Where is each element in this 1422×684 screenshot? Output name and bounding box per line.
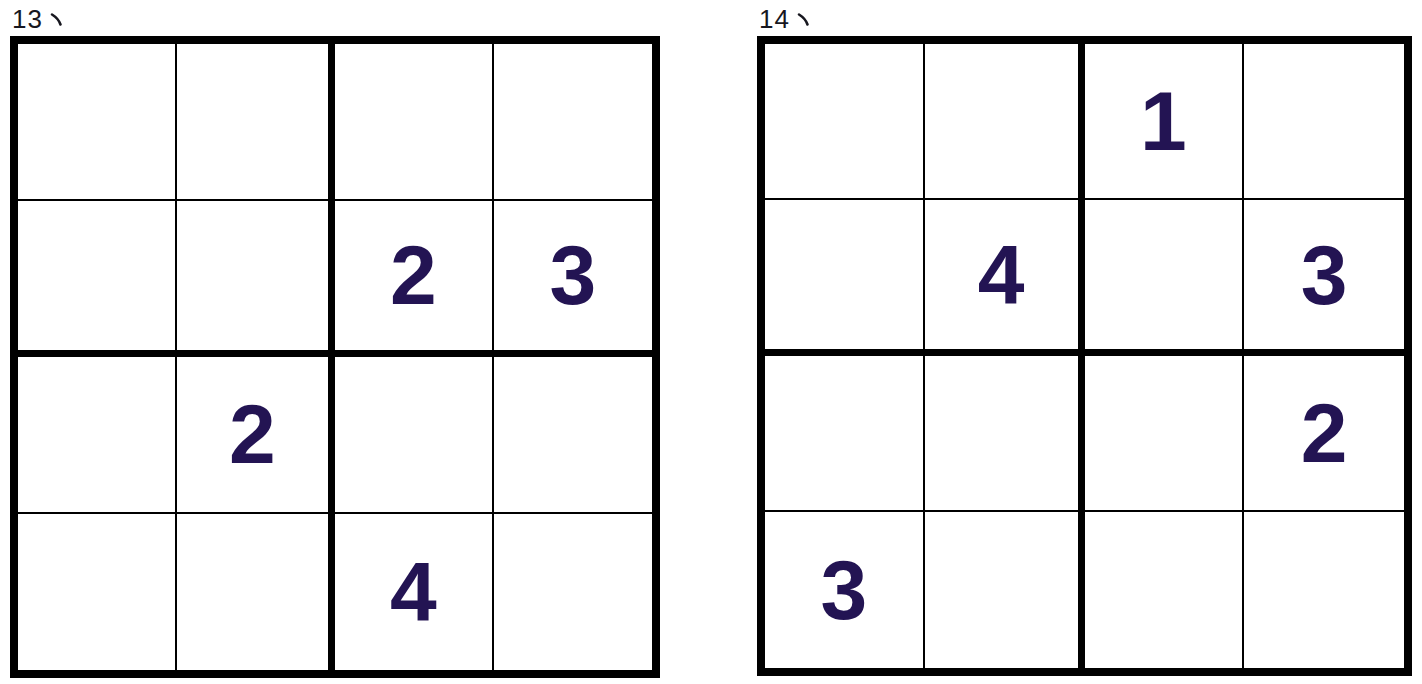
p13-cell-r1c3 <box>335 44 494 201</box>
p14-cell-r2c3 <box>1085 200 1245 356</box>
p13-cell-r3c4 <box>494 357 653 514</box>
ideographic-comma-icon <box>49 5 64 31</box>
p14-cell-r4c3 <box>1085 512 1245 668</box>
p13-cell-r4c1 <box>18 514 177 671</box>
p13-cell-r4c3: 4 <box>335 514 494 671</box>
p13-cell-r4c2 <box>177 514 336 671</box>
p13-cell-r4c4 <box>494 514 653 671</box>
p13-cell-r3c3 <box>335 357 494 514</box>
p13-cell-r1c2 <box>177 44 336 201</box>
sudoku-board-14: 1 4 3 2 3 <box>757 36 1412 676</box>
p14-cell-r4c1: 3 <box>765 512 925 668</box>
p13-cell-r3c1 <box>18 357 177 514</box>
sudoku-board-13: 2 3 2 4 <box>10 36 660 678</box>
p14-cell-r2c1 <box>765 200 925 356</box>
puzzle-14-number: 14 <box>759 6 790 32</box>
p14-cell-r3c1 <box>765 356 925 512</box>
puzzle-14-label: 14 <box>759 2 811 32</box>
p13-cell-r2c3: 2 <box>335 201 494 358</box>
p14-cell-r1c1 <box>765 44 925 200</box>
worksheet-page: 13 2 3 2 4 14 <box>0 0 1422 684</box>
p14-cell-r1c4 <box>1244 44 1404 200</box>
p13-cell-r2c2 <box>177 201 336 358</box>
p14-cell-r3c4: 2 <box>1244 356 1404 512</box>
ideographic-comma-icon <box>796 5 811 31</box>
p14-cell-r1c2 <box>925 44 1085 200</box>
sudoku-puzzle-13: 13 2 3 2 4 <box>10 0 660 684</box>
p14-cell-r3c2 <box>925 356 1085 512</box>
p14-cell-r4c2 <box>925 512 1085 668</box>
puzzle-13-number: 13 <box>12 6 43 32</box>
p14-cell-r4c4 <box>1244 512 1404 668</box>
puzzle-13-label: 13 <box>12 2 64 32</box>
p13-cell-r1c1 <box>18 44 177 201</box>
p14-cell-r1c3: 1 <box>1085 44 1245 200</box>
p14-cell-r2c2: 4 <box>925 200 1085 356</box>
p14-cell-r2c4: 3 <box>1244 200 1404 356</box>
p14-cell-r3c3 <box>1085 356 1245 512</box>
p13-cell-r2c1 <box>18 201 177 358</box>
p13-cell-r3c2: 2 <box>177 357 336 514</box>
p13-cell-r2c4: 3 <box>494 201 653 358</box>
p13-cell-r1c4 <box>494 44 653 201</box>
sudoku-puzzle-14: 14 1 4 3 2 3 <box>757 0 1412 684</box>
